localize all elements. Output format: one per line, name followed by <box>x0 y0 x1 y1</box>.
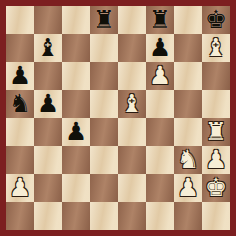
square-a4[interactable] <box>6 118 34 146</box>
square-h3[interactable]: ♟ <box>202 146 230 174</box>
square-c6[interactable] <box>62 62 90 90</box>
square-c5[interactable] <box>62 90 90 118</box>
piece-black-king[interactable]: ♚ <box>205 6 227 34</box>
square-h5[interactable] <box>202 90 230 118</box>
square-a6[interactable]: ♟ <box>6 62 34 90</box>
piece-white-pawn[interactable]: ♟ <box>149 62 171 90</box>
square-d6[interactable] <box>90 62 118 90</box>
square-d2[interactable] <box>90 174 118 202</box>
piece-white-pawn[interactable]: ♟ <box>205 146 227 174</box>
square-d4[interactable] <box>90 118 118 146</box>
square-c7[interactable] <box>62 34 90 62</box>
square-f3[interactable] <box>146 146 174 174</box>
piece-white-rook[interactable]: ♜ <box>205 118 227 146</box>
square-h1[interactable] <box>202 202 230 230</box>
square-e5[interactable]: ♝ <box>118 90 146 118</box>
square-f4[interactable] <box>146 118 174 146</box>
piece-white-bishop[interactable]: ♝ <box>205 34 227 62</box>
square-h2[interactable]: ♚ <box>202 174 230 202</box>
square-h6[interactable] <box>202 62 230 90</box>
square-b5[interactable]: ♟ <box>34 90 62 118</box>
chess-board: ♜♜♚♝♟♝♟♟♞♟♝♟♜♞♟♟♟♚ <box>6 6 230 230</box>
piece-black-pawn[interactable]: ♟ <box>65 118 87 146</box>
square-c4[interactable]: ♟ <box>62 118 90 146</box>
square-g7[interactable] <box>174 34 202 62</box>
square-h4[interactable]: ♜ <box>202 118 230 146</box>
square-b6[interactable] <box>34 62 62 90</box>
piece-black-rook[interactable]: ♜ <box>149 6 171 34</box>
square-e6[interactable] <box>118 62 146 90</box>
square-b3[interactable] <box>34 146 62 174</box>
square-d5[interactable] <box>90 90 118 118</box>
square-f6[interactable]: ♟ <box>146 62 174 90</box>
piece-black-rook[interactable]: ♜ <box>93 6 115 34</box>
square-b7[interactable]: ♝ <box>34 34 62 62</box>
square-d8[interactable]: ♜ <box>90 6 118 34</box>
square-f2[interactable] <box>146 174 174 202</box>
square-g6[interactable] <box>174 62 202 90</box>
square-f1[interactable] <box>146 202 174 230</box>
square-f7[interactable]: ♟ <box>146 34 174 62</box>
square-f5[interactable] <box>146 90 174 118</box>
square-g1[interactable] <box>174 202 202 230</box>
square-h7[interactable]: ♝ <box>202 34 230 62</box>
square-g4[interactable] <box>174 118 202 146</box>
piece-black-pawn[interactable]: ♟ <box>9 62 31 90</box>
square-c8[interactable] <box>62 6 90 34</box>
square-d1[interactable] <box>90 202 118 230</box>
square-a5[interactable]: ♞ <box>6 90 34 118</box>
square-e2[interactable] <box>118 174 146 202</box>
square-e3[interactable] <box>118 146 146 174</box>
square-b2[interactable] <box>34 174 62 202</box>
square-a2[interactable]: ♟ <box>6 174 34 202</box>
piece-white-pawn[interactable]: ♟ <box>9 174 31 202</box>
square-c2[interactable] <box>62 174 90 202</box>
square-b4[interactable] <box>34 118 62 146</box>
piece-white-pawn[interactable]: ♟ <box>177 174 199 202</box>
square-a7[interactable] <box>6 34 34 62</box>
square-e7[interactable] <box>118 34 146 62</box>
square-g5[interactable] <box>174 90 202 118</box>
square-e4[interactable] <box>118 118 146 146</box>
square-g3[interactable]: ♞ <box>174 146 202 174</box>
square-f8[interactable]: ♜ <box>146 6 174 34</box>
square-a1[interactable] <box>6 202 34 230</box>
piece-white-bishop[interactable]: ♝ <box>121 90 143 118</box>
piece-black-pawn[interactable]: ♟ <box>149 34 171 62</box>
board-frame: ♜♜♚♝♟♝♟♟♞♟♝♟♜♞♟♟♟♚ <box>0 0 236 236</box>
square-a3[interactable] <box>6 146 34 174</box>
piece-white-knight[interactable]: ♞ <box>177 146 199 174</box>
piece-white-king[interactable]: ♚ <box>205 174 227 202</box>
square-e1[interactable] <box>118 202 146 230</box>
piece-black-knight[interactable]: ♞ <box>9 90 31 118</box>
piece-black-bishop[interactable]: ♝ <box>37 34 59 62</box>
square-b8[interactable] <box>34 6 62 34</box>
square-c1[interactable] <box>62 202 90 230</box>
square-b1[interactable] <box>34 202 62 230</box>
square-c3[interactable] <box>62 146 90 174</box>
square-g8[interactable] <box>174 6 202 34</box>
square-d7[interactable] <box>90 34 118 62</box>
square-h8[interactable]: ♚ <box>202 6 230 34</box>
square-e8[interactable] <box>118 6 146 34</box>
square-d3[interactable] <box>90 146 118 174</box>
square-g2[interactable]: ♟ <box>174 174 202 202</box>
piece-black-pawn[interactable]: ♟ <box>37 90 59 118</box>
square-a8[interactable] <box>6 6 34 34</box>
